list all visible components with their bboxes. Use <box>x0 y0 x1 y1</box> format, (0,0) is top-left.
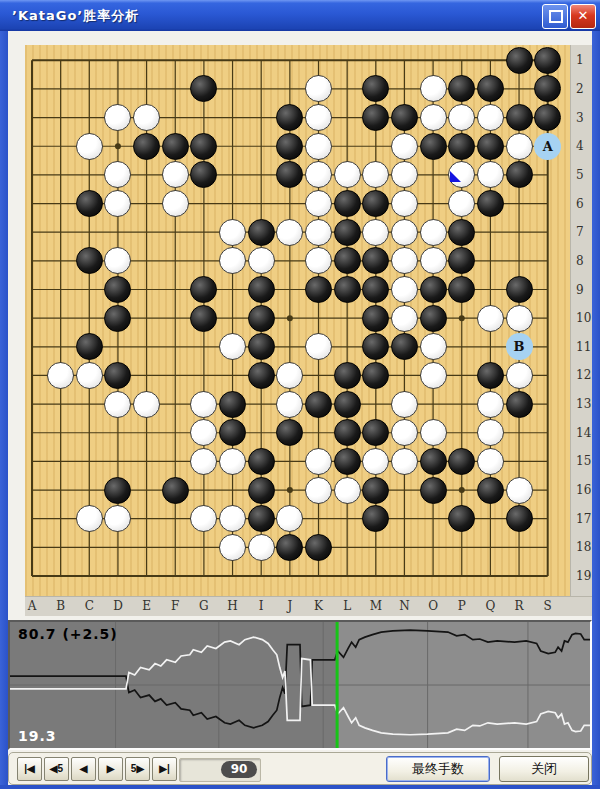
black-stone-P15 <box>448 448 475 475</box>
column-label-I: I <box>259 599 264 613</box>
column-label-Q: Q <box>485 599 495 613</box>
column-label-J: J <box>287 599 292 613</box>
white-stone-M15 <box>362 448 389 475</box>
white-stone-O8 <box>420 247 447 274</box>
white-stone-R10 <box>506 305 533 332</box>
black-stone-J4 <box>276 133 303 160</box>
black-stone-R13 <box>506 391 533 418</box>
black-stone-D16 <box>104 477 131 504</box>
column-label-O: O <box>428 599 438 613</box>
black-stone-C8 <box>76 247 103 274</box>
white-stone-N14 <box>391 419 418 446</box>
white-stone-O11 <box>420 333 447 360</box>
black-winrate-label: 80.7 (+2.5) <box>18 626 118 642</box>
white-stone-O2 <box>420 75 447 102</box>
white-stone-K16 <box>305 477 332 504</box>
black-stone-O15 <box>420 448 447 475</box>
black-stone-L6 <box>334 190 361 217</box>
row-coordinate-strip: 12345678910111213141516171819 <box>570 45 594 596</box>
white-stone-O12 <box>420 362 447 389</box>
close-button[interactable]: ✕ <box>570 4 596 29</box>
white-stone-R12 <box>506 362 533 389</box>
black-stone-Q6 <box>477 190 504 217</box>
white-stone-B12 <box>47 362 74 389</box>
white-stone-I8 <box>248 247 275 274</box>
black-stone-O4 <box>420 133 447 160</box>
row-label-14: 14 <box>576 426 591 440</box>
black-stone-L8 <box>334 247 361 274</box>
title-bar[interactable]: ’KataGo’胜率分析 ✕ <box>0 0 600 31</box>
white-stone-H18 <box>219 534 246 561</box>
row-label-17: 17 <box>576 512 591 526</box>
white-stone-O3 <box>420 104 447 131</box>
black-stone-L13 <box>334 391 361 418</box>
black-stone-G10 <box>190 305 217 332</box>
black-stone-I16 <box>248 477 275 504</box>
close-dialog-button[interactable]: 关闭 <box>499 756 589 782</box>
maximize-icon <box>549 10 563 23</box>
row-label-6: 6 <box>576 197 584 211</box>
black-stone-F4 <box>162 133 189 160</box>
black-stone-K13 <box>305 391 332 418</box>
white-stone-D13 <box>104 391 131 418</box>
star-point <box>287 315 293 321</box>
row-label-2: 2 <box>576 82 584 96</box>
black-stone-G4 <box>190 133 217 160</box>
black-stone-L14 <box>334 419 361 446</box>
column-label-A: A <box>28 599 37 613</box>
white-stone-Q3 <box>477 104 504 131</box>
white-stone-K3 <box>305 104 332 131</box>
column-label-H: H <box>227 599 237 613</box>
nav-button-first[interactable]: |◀ <box>17 757 42 781</box>
white-stone-N4 <box>391 133 418 160</box>
black-stone-R3 <box>506 104 533 131</box>
window-frame-right <box>592 0 600 789</box>
black-stone-C11 <box>76 333 103 360</box>
black-stone-R5 <box>506 161 533 188</box>
column-label-D: D <box>113 599 123 613</box>
navigation-bar: |◀◀5◀▶5▶▶| 90 最终手数 关闭 <box>8 752 592 785</box>
white-stone-H7 <box>219 219 246 246</box>
final-moves-button[interactable]: 最终手数 <box>386 756 490 782</box>
black-stone-R9 <box>506 276 533 303</box>
black-stone-Q16 <box>477 477 504 504</box>
move-number-field[interactable]: 90 <box>179 758 261 782</box>
black-stone-L12 <box>334 362 361 389</box>
nav-button-back[interactable]: ◀ <box>71 757 96 781</box>
white-stone-I18 <box>248 534 275 561</box>
suggestion-marker-A[interactable]: A <box>534 133 561 160</box>
column-label-L: L <box>343 599 351 613</box>
column-label-K: K <box>314 599 323 613</box>
black-stone-O10 <box>420 305 447 332</box>
suggestion-marker-B[interactable]: B <box>506 333 533 360</box>
white-stone-K6 <box>305 190 332 217</box>
black-stone-R1 <box>506 47 533 74</box>
star-point <box>115 143 121 149</box>
white-stone-K4 <box>305 133 332 160</box>
column-label-M: M <box>370 599 382 613</box>
row-label-19: 19 <box>576 569 591 583</box>
white-stone-N13 <box>391 391 418 418</box>
column-label-B: B <box>56 599 65 613</box>
black-stone-M16 <box>362 477 389 504</box>
white-stone-N15 <box>391 448 418 475</box>
row-label-16: 16 <box>576 483 591 497</box>
white-stone-F5 <box>162 161 189 188</box>
white-winrate-label: 19.3 <box>18 728 57 744</box>
star-point <box>459 487 465 493</box>
white-stone-H15 <box>219 448 246 475</box>
black-stone-I17 <box>248 505 275 532</box>
black-stone-S1 <box>534 47 561 74</box>
close-icon: ✕ <box>578 8 589 23</box>
row-label-12: 12 <box>576 368 591 382</box>
row-label-5: 5 <box>576 168 584 182</box>
white-stone-K15 <box>305 448 332 475</box>
black-stone-K9 <box>305 276 332 303</box>
black-stone-R17 <box>506 505 533 532</box>
white-stone-E13 <box>133 391 160 418</box>
window-frame-left <box>0 0 8 789</box>
white-stone-Q10 <box>477 305 504 332</box>
white-stone-L5 <box>334 161 361 188</box>
black-stone-F16 <box>162 477 189 504</box>
white-stone-C17 <box>76 505 103 532</box>
white-stone-E3 <box>133 104 160 131</box>
column-label-F: F <box>171 599 179 613</box>
window-frame-bottom <box>0 785 600 789</box>
column-label-G: G <box>199 599 209 613</box>
black-stone-I7 <box>248 219 275 246</box>
white-stone-Q15 <box>477 448 504 475</box>
white-stone-G13 <box>190 391 217 418</box>
white-stone-N7 <box>391 219 418 246</box>
black-stone-J18 <box>276 534 303 561</box>
column-coordinate-strip: ABCDEFGHIJKLMNOPQRS <box>25 596 593 616</box>
maximize-button[interactable] <box>542 4 568 29</box>
white-stone-K7 <box>305 219 332 246</box>
white-stone-Q13 <box>477 391 504 418</box>
black-stone-E4 <box>133 133 160 160</box>
katago-analysis-window: ’KataGo’胜率分析 ✕ AB 1234567891011121314151… <box>0 0 600 789</box>
row-label-11: 11 <box>576 340 591 354</box>
white-stone-O14 <box>420 419 447 446</box>
black-stone-K18 <box>305 534 332 561</box>
white-stone-N9 <box>391 276 418 303</box>
black-stone-N3 <box>391 104 418 131</box>
star-point <box>459 315 465 321</box>
go-board[interactable]: AB <box>25 45 570 596</box>
row-label-4: 4 <box>576 139 584 153</box>
black-stone-C6 <box>76 190 103 217</box>
column-label-E: E <box>142 599 151 613</box>
star-point <box>287 487 293 493</box>
white-stone-N10 <box>391 305 418 332</box>
black-stone-I15 <box>248 448 275 475</box>
black-stone-I9 <box>248 276 275 303</box>
black-stone-L7 <box>334 219 361 246</box>
winrate-graph[interactable]: 80.7 (+2.5) 19.3 <box>8 620 592 750</box>
row-label-9: 9 <box>576 283 584 297</box>
column-label-N: N <box>399 599 410 613</box>
nav-button-back5[interactable]: ◀5 <box>44 757 69 781</box>
nav-button-forward[interactable]: ▶ <box>98 757 123 781</box>
black-stone-I12 <box>248 362 275 389</box>
white-stone-J7 <box>276 219 303 246</box>
white-stone-O7 <box>420 219 447 246</box>
row-label-13: 13 <box>576 397 591 411</box>
nav-button-last[interactable]: ▶| <box>152 757 177 781</box>
row-label-3: 3 <box>576 111 584 125</box>
black-stone-P7 <box>448 219 475 246</box>
row-label-8: 8 <box>576 254 584 268</box>
black-stone-Q12 <box>477 362 504 389</box>
white-stone-J13 <box>276 391 303 418</box>
row-label-18: 18 <box>576 540 591 554</box>
move-number-badge: 90 <box>221 761 257 778</box>
black-stone-L15 <box>334 448 361 475</box>
white-stone-C12 <box>76 362 103 389</box>
black-stone-Q4 <box>477 133 504 160</box>
black-stone-I11 <box>248 333 275 360</box>
row-label-7: 7 <box>576 225 584 239</box>
white-stone-Q14 <box>477 419 504 446</box>
white-stone-N6 <box>391 190 418 217</box>
column-label-R: R <box>515 599 524 613</box>
white-stone-M7 <box>362 219 389 246</box>
white-stone-R16 <box>506 477 533 504</box>
column-label-C: C <box>85 599 94 613</box>
white-stone-C4 <box>76 133 103 160</box>
row-label-15: 15 <box>576 454 591 468</box>
black-stone-O9 <box>420 276 447 303</box>
black-stone-P4 <box>448 133 475 160</box>
black-stone-L9 <box>334 276 361 303</box>
row-label-10: 10 <box>576 311 591 325</box>
black-stone-M10 <box>362 305 389 332</box>
last-move-triangle-icon <box>450 171 461 182</box>
black-stone-D10 <box>104 305 131 332</box>
white-stone-F6 <box>162 190 189 217</box>
window-title: ’KataGo’胜率分析 <box>0 7 139 25</box>
nav-button-forward5[interactable]: 5▶ <box>125 757 150 781</box>
column-label-P: P <box>458 599 466 613</box>
black-stone-H13 <box>219 391 246 418</box>
black-stone-O16 <box>420 477 447 504</box>
black-stone-I10 <box>248 305 275 332</box>
white-stone-R4 <box>506 133 533 160</box>
white-stone-L16 <box>334 477 361 504</box>
row-label-1: 1 <box>576 53 584 67</box>
column-label-S: S <box>544 599 552 613</box>
